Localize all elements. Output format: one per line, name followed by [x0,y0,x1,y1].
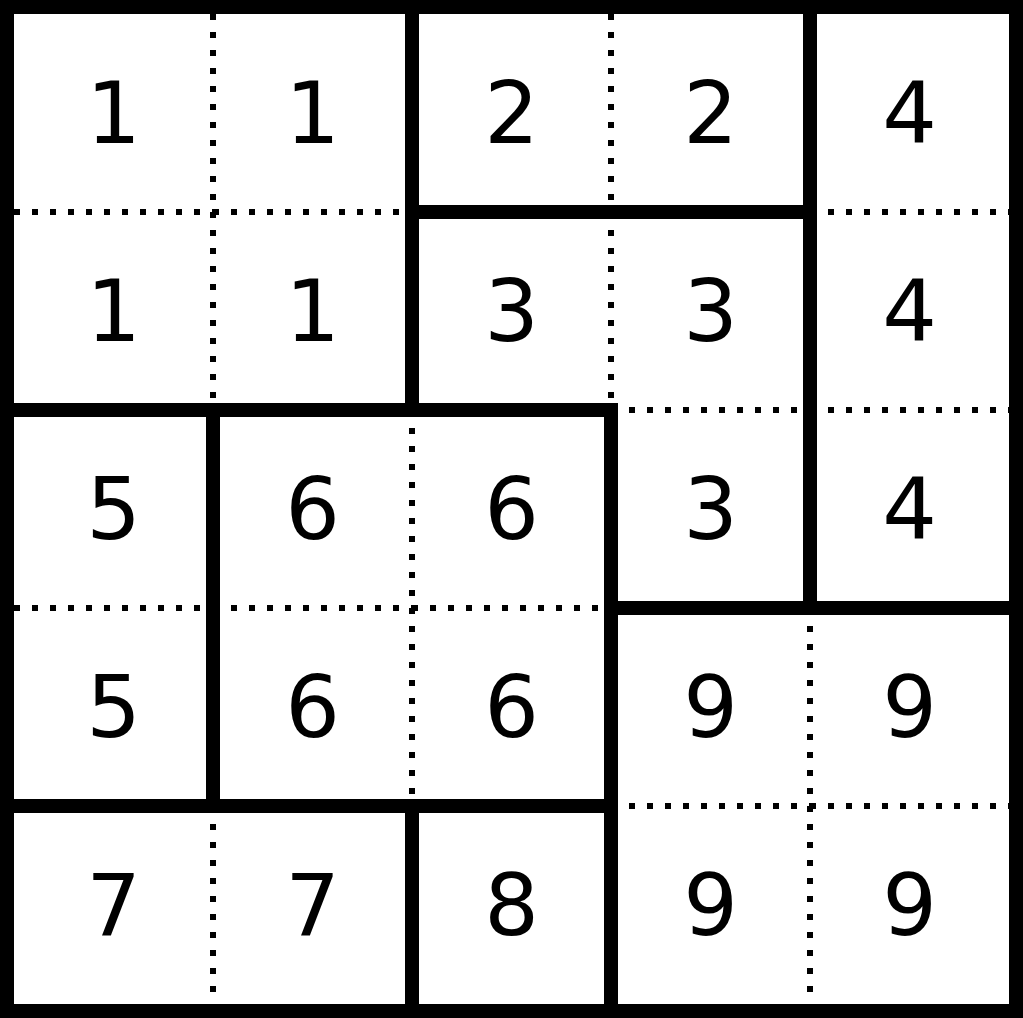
cell-r4c4[interactable]: 9 [810,806,1009,1004]
cell-r2c2[interactable]: 6 [412,410,611,608]
cell-r3c2[interactable]: 6 [412,608,611,806]
cell-r1c1[interactable]: 1 [213,212,412,410]
cell-r3c1[interactable]: 6 [213,608,412,806]
cell-grid: 1122411334566345669977899 [14,14,1009,1004]
cell-r4c0[interactable]: 7 [14,806,213,1004]
cell-r2c4[interactable]: 4 [810,410,1009,608]
cell-r2c0[interactable]: 5 [14,410,213,608]
cell-r1c3[interactable]: 3 [611,212,810,410]
cell-r0c2[interactable]: 2 [412,14,611,212]
board-inner: 1122411334566345669977899 [14,14,1009,1004]
cell-r1c4[interactable]: 4 [810,212,1009,410]
cell-r3c4[interactable]: 9 [810,608,1009,806]
cell-r4c1[interactable]: 7 [213,806,412,1004]
cell-r3c0[interactable]: 5 [14,608,213,806]
puzzle-board: 1122411334566345669977899 [0,0,1023,1018]
cell-r2c1[interactable]: 6 [213,410,412,608]
cell-r3c3[interactable]: 9 [611,608,810,806]
cell-r1c2[interactable]: 3 [412,212,611,410]
cell-r0c3[interactable]: 2 [611,14,810,212]
cell-r0c1[interactable]: 1 [213,14,412,212]
cell-r0c4[interactable]: 4 [810,14,1009,212]
cell-r1c0[interactable]: 1 [14,212,213,410]
cell-r0c0[interactable]: 1 [14,14,213,212]
cell-r4c2[interactable]: 8 [412,806,611,1004]
cell-r2c3[interactable]: 3 [611,410,810,608]
cell-r4c3[interactable]: 9 [611,806,810,1004]
